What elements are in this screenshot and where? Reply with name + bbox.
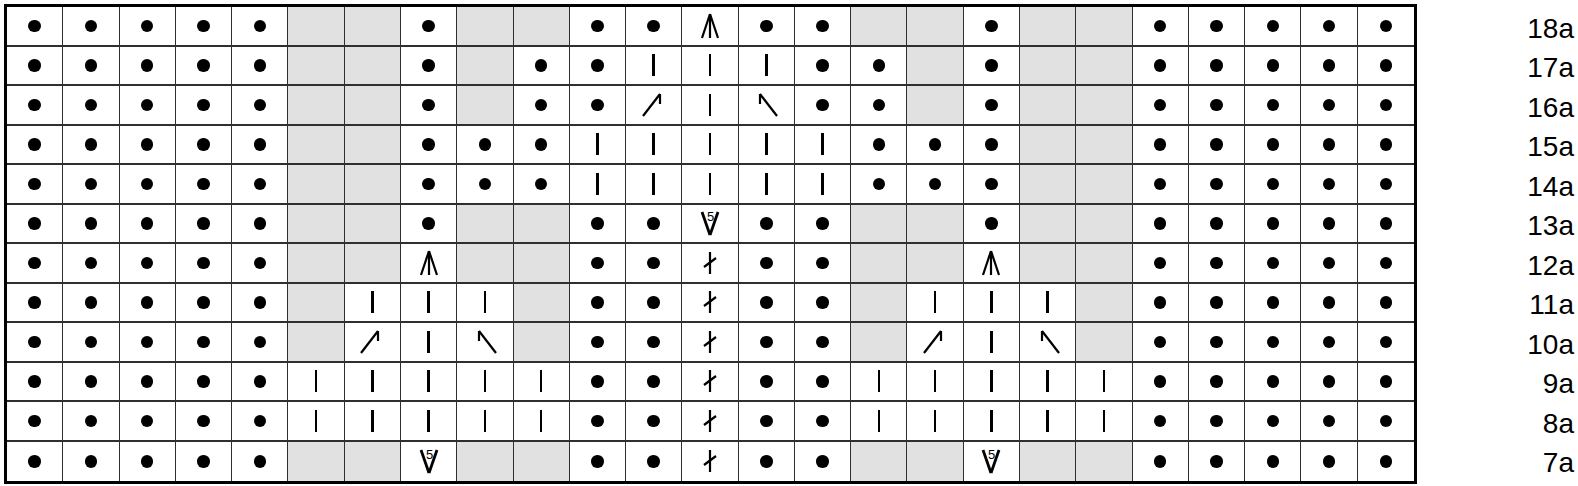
purl-icon bbox=[141, 257, 154, 270]
left-decrease-icon bbox=[468, 327, 502, 357]
purl-icon bbox=[141, 217, 154, 230]
chart-cell bbox=[120, 244, 176, 284]
no-stitch-cell bbox=[288, 86, 344, 126]
chart-cell bbox=[570, 205, 626, 245]
chart-cell bbox=[907, 402, 963, 442]
chart-cell bbox=[1133, 126, 1189, 166]
chart-cell bbox=[964, 165, 1020, 205]
chart-cell bbox=[345, 363, 401, 403]
knit-icon bbox=[821, 173, 824, 195]
knit-icon bbox=[765, 173, 768, 195]
chart-cell bbox=[63, 244, 119, 284]
no-stitch-cell bbox=[1076, 86, 1132, 126]
chart-cell bbox=[1301, 363, 1357, 403]
no-stitch-cell bbox=[288, 7, 344, 47]
no-stitch-cell bbox=[907, 7, 963, 47]
chart-cell bbox=[682, 402, 738, 442]
purl-icon bbox=[647, 217, 660, 230]
chart-cell bbox=[232, 323, 288, 363]
purl-icon bbox=[816, 20, 829, 33]
purl-icon bbox=[28, 99, 41, 112]
knit-icon bbox=[484, 370, 487, 392]
purl-icon bbox=[479, 138, 492, 151]
chart-cell bbox=[401, 205, 457, 245]
purl-icon bbox=[28, 138, 41, 151]
purl-icon bbox=[1210, 296, 1223, 309]
left-decrease-icon bbox=[1031, 327, 1065, 357]
chart-cell bbox=[626, 402, 682, 442]
purl-icon bbox=[1210, 178, 1223, 191]
no-stitch-cell bbox=[907, 47, 963, 87]
left-decrease-icon bbox=[749, 90, 783, 120]
chart-cell bbox=[7, 165, 63, 205]
chart-cell bbox=[570, 244, 626, 284]
chart-cell bbox=[964, 86, 1020, 126]
purl-icon bbox=[873, 99, 886, 112]
chart-cell bbox=[851, 47, 907, 87]
purl-icon bbox=[873, 178, 886, 191]
centered-double-decrease-icon bbox=[693, 11, 727, 41]
purl-icon bbox=[254, 296, 267, 309]
chart-cell bbox=[1301, 47, 1357, 87]
no-stitch-cell bbox=[514, 284, 570, 324]
chart-cell bbox=[401, 363, 457, 403]
chart-cell bbox=[1358, 244, 1414, 284]
purl-icon bbox=[1323, 415, 1336, 428]
purl-icon bbox=[1267, 375, 1280, 388]
chart-cell bbox=[795, 323, 851, 363]
purl-icon bbox=[254, 138, 267, 151]
chart-cell bbox=[1358, 165, 1414, 205]
chart-cell bbox=[514, 86, 570, 126]
chart-cell bbox=[570, 442, 626, 482]
knit-icon bbox=[821, 133, 824, 155]
row-label: 15a bbox=[1527, 133, 1574, 161]
purl-icon bbox=[816, 336, 829, 349]
purl-icon bbox=[1380, 375, 1393, 388]
chart-cell bbox=[964, 47, 1020, 87]
chart-cell bbox=[1133, 47, 1189, 87]
chart-cell bbox=[1133, 284, 1189, 324]
no-stitch-cell bbox=[907, 244, 963, 284]
purl-icon bbox=[1323, 217, 1336, 230]
chart-cell bbox=[514, 165, 570, 205]
purl-icon bbox=[591, 99, 604, 112]
chart-cell bbox=[288, 402, 344, 442]
purl-icon bbox=[985, 20, 998, 33]
knit-icon bbox=[652, 133, 655, 155]
chart-cell bbox=[232, 126, 288, 166]
purl-icon bbox=[591, 336, 604, 349]
purl-icon bbox=[1380, 178, 1393, 191]
no-stitch-cell bbox=[457, 7, 513, 47]
knit-icon bbox=[990, 370, 993, 392]
purl-icon bbox=[591, 20, 604, 33]
purl-icon bbox=[28, 59, 41, 72]
purl-icon bbox=[85, 455, 98, 468]
chart-cell bbox=[1133, 205, 1189, 245]
chart-cell bbox=[345, 284, 401, 324]
no-stitch-cell bbox=[1020, 205, 1076, 245]
no-stitch-cell bbox=[345, 86, 401, 126]
chart-cell bbox=[63, 402, 119, 442]
purl-icon bbox=[254, 415, 267, 428]
purl-icon bbox=[197, 20, 210, 33]
chart-cell bbox=[626, 126, 682, 166]
chart-cell bbox=[176, 126, 232, 166]
purl-icon bbox=[28, 178, 41, 191]
chart-cell bbox=[907, 363, 963, 403]
chart-cell bbox=[739, 323, 795, 363]
knit-icon bbox=[484, 291, 487, 313]
chart-cell bbox=[1189, 86, 1245, 126]
chart-cell bbox=[457, 363, 513, 403]
no-stitch-cell bbox=[345, 7, 401, 47]
chart-cell bbox=[1301, 323, 1357, 363]
row-label: 16a bbox=[1527, 94, 1574, 122]
purl-icon bbox=[1267, 59, 1280, 72]
chart-cell bbox=[401, 165, 457, 205]
no-stitch-cell bbox=[514, 205, 570, 245]
purl-icon bbox=[1323, 178, 1336, 191]
chart-cell bbox=[1358, 205, 1414, 245]
chart-cell bbox=[570, 363, 626, 403]
purl-icon bbox=[197, 138, 210, 151]
purl-icon bbox=[1323, 296, 1336, 309]
chart-cell bbox=[176, 402, 232, 442]
chart-cell bbox=[570, 284, 626, 324]
purl-icon bbox=[647, 257, 660, 270]
purl-icon bbox=[85, 217, 98, 230]
chart-cell bbox=[1301, 284, 1357, 324]
right-decrease-icon bbox=[355, 327, 389, 357]
purl-icon bbox=[28, 336, 41, 349]
chart-cell bbox=[120, 86, 176, 126]
chart-cell bbox=[1189, 442, 1245, 482]
purl-icon bbox=[760, 257, 773, 270]
purl-icon bbox=[141, 138, 154, 151]
make5-icon: 5 bbox=[974, 446, 1008, 476]
chart-cell bbox=[1358, 402, 1414, 442]
row-label: 9a bbox=[1543, 370, 1574, 398]
no-stitch-cell bbox=[345, 442, 401, 482]
no-stitch-cell bbox=[457, 442, 513, 482]
chart-cell bbox=[401, 7, 457, 47]
chart-cell bbox=[1133, 442, 1189, 482]
right-decrease-icon bbox=[637, 90, 671, 120]
twisted-stitch-icon bbox=[693, 327, 727, 357]
chart-cell bbox=[1358, 363, 1414, 403]
chart-cell bbox=[626, 363, 682, 403]
purl-icon bbox=[1380, 415, 1393, 428]
chart-cell bbox=[120, 442, 176, 482]
no-stitch-cell bbox=[907, 442, 963, 482]
chart-cell bbox=[1133, 86, 1189, 126]
chart-cell bbox=[739, 86, 795, 126]
chart-cell bbox=[851, 86, 907, 126]
svg-text:5: 5 bbox=[707, 209, 714, 224]
no-stitch-cell bbox=[457, 244, 513, 284]
no-stitch-cell bbox=[288, 442, 344, 482]
chart-cell bbox=[232, 442, 288, 482]
knit-icon bbox=[652, 54, 655, 76]
purl-icon bbox=[141, 99, 154, 112]
chart-cell bbox=[1301, 126, 1357, 166]
purl-icon bbox=[254, 455, 267, 468]
purl-icon bbox=[254, 20, 267, 33]
chart-cell bbox=[795, 363, 851, 403]
purl-icon bbox=[985, 178, 998, 191]
purl-icon bbox=[197, 59, 210, 72]
purl-icon bbox=[1154, 20, 1167, 33]
purl-icon bbox=[197, 455, 210, 468]
purl-icon bbox=[535, 178, 548, 191]
purl-icon bbox=[985, 217, 998, 230]
purl-icon bbox=[422, 20, 435, 33]
purl-icon bbox=[1267, 138, 1280, 151]
chart-cell bbox=[1076, 363, 1132, 403]
purl-icon bbox=[1210, 257, 1223, 270]
chart-cell bbox=[63, 363, 119, 403]
no-stitch-cell bbox=[288, 47, 344, 87]
chart-cell bbox=[682, 165, 738, 205]
make5-icon: 5 bbox=[412, 446, 446, 476]
purl-icon bbox=[647, 455, 660, 468]
knit-icon bbox=[990, 331, 993, 353]
chart-cell bbox=[570, 323, 626, 363]
no-stitch-cell bbox=[457, 86, 513, 126]
chart-cell bbox=[682, 47, 738, 87]
chart-cell bbox=[570, 47, 626, 87]
chart-cell bbox=[1245, 402, 1301, 442]
twisted-stitch-icon bbox=[693, 366, 727, 396]
purl-icon bbox=[1380, 138, 1393, 151]
purl-icon bbox=[422, 99, 435, 112]
chart-cell bbox=[795, 86, 851, 126]
purl-icon bbox=[197, 296, 210, 309]
chart-cell bbox=[1133, 7, 1189, 47]
purl-icon bbox=[816, 59, 829, 72]
chart-cell bbox=[795, 7, 851, 47]
chart-cell bbox=[1301, 442, 1357, 482]
purl-icon bbox=[197, 178, 210, 191]
purl-icon bbox=[141, 296, 154, 309]
knit-icon bbox=[709, 94, 712, 116]
chart-cell bbox=[964, 205, 1020, 245]
no-stitch-cell bbox=[345, 205, 401, 245]
chart-cell bbox=[1133, 165, 1189, 205]
chart-cell bbox=[232, 244, 288, 284]
chart-cell bbox=[120, 402, 176, 442]
chart-cell bbox=[907, 126, 963, 166]
knit-icon bbox=[878, 370, 881, 392]
purl-icon bbox=[1154, 178, 1167, 191]
purl-icon bbox=[1267, 217, 1280, 230]
chart-cell bbox=[176, 7, 232, 47]
chart-cell bbox=[1245, 47, 1301, 87]
purl-icon bbox=[197, 257, 210, 270]
no-stitch-cell bbox=[907, 205, 963, 245]
chart-cell bbox=[570, 165, 626, 205]
chart-cell bbox=[570, 86, 626, 126]
no-stitch-cell bbox=[851, 442, 907, 482]
chart-cell bbox=[120, 205, 176, 245]
purl-icon bbox=[1323, 99, 1336, 112]
chart-cell bbox=[120, 165, 176, 205]
row-label: 11a bbox=[1529, 291, 1574, 319]
chart-cell bbox=[682, 442, 738, 482]
purl-icon bbox=[816, 375, 829, 388]
chart-cell: 5 bbox=[401, 442, 457, 482]
chart-cell bbox=[964, 363, 1020, 403]
purl-icon bbox=[254, 375, 267, 388]
chart-cell bbox=[1189, 323, 1245, 363]
purl-icon bbox=[1323, 20, 1336, 33]
chart-cell bbox=[964, 284, 1020, 324]
knit-icon bbox=[709, 54, 712, 76]
chart-cell bbox=[1301, 7, 1357, 47]
no-stitch-cell bbox=[851, 244, 907, 284]
chart-cell bbox=[795, 402, 851, 442]
chart-cell bbox=[514, 47, 570, 87]
knit-icon bbox=[371, 291, 374, 313]
purl-icon bbox=[816, 415, 829, 428]
purl-icon bbox=[141, 20, 154, 33]
knit-icon bbox=[540, 370, 543, 392]
no-stitch-cell bbox=[851, 7, 907, 47]
purl-icon bbox=[28, 257, 41, 270]
purl-icon bbox=[422, 138, 435, 151]
chart-cell bbox=[626, 165, 682, 205]
chart-cell bbox=[1133, 363, 1189, 403]
row-label: 17a bbox=[1527, 54, 1574, 82]
knit-icon bbox=[1046, 410, 1049, 432]
purl-icon bbox=[1380, 455, 1393, 468]
purl-icon bbox=[422, 217, 435, 230]
chart-cell bbox=[626, 442, 682, 482]
purl-icon bbox=[760, 455, 773, 468]
no-stitch-cell bbox=[1020, 47, 1076, 87]
chart-cell bbox=[120, 126, 176, 166]
purl-icon bbox=[1154, 296, 1167, 309]
chart-cell bbox=[63, 47, 119, 87]
chart-cell bbox=[7, 7, 63, 47]
chart-cell bbox=[1189, 363, 1245, 403]
chart-cell bbox=[739, 7, 795, 47]
purl-icon bbox=[141, 336, 154, 349]
chart-cell bbox=[1076, 402, 1132, 442]
purl-icon bbox=[254, 59, 267, 72]
chart-cell bbox=[739, 47, 795, 87]
purl-icon bbox=[1323, 336, 1336, 349]
chart-cell bbox=[739, 363, 795, 403]
chart-cell bbox=[176, 165, 232, 205]
chart-cell bbox=[63, 86, 119, 126]
chart-cell bbox=[176, 363, 232, 403]
purl-icon bbox=[254, 336, 267, 349]
purl-icon bbox=[28, 455, 41, 468]
chart-cell bbox=[1358, 126, 1414, 166]
chart-cell: 5 bbox=[682, 205, 738, 245]
purl-icon bbox=[535, 59, 548, 72]
chart-cell bbox=[232, 165, 288, 205]
knitting-chart-page: 555 18a17a16a15a14a13a12a11a10a9a8a7a bbox=[0, 0, 1578, 486]
chart-cell bbox=[7, 86, 63, 126]
purl-icon bbox=[1210, 217, 1223, 230]
chart-cell bbox=[682, 323, 738, 363]
chart-cell bbox=[739, 205, 795, 245]
purl-icon bbox=[28, 296, 41, 309]
no-stitch-cell bbox=[345, 244, 401, 284]
chart-cell bbox=[795, 47, 851, 87]
twisted-stitch-icon bbox=[693, 446, 727, 476]
purl-icon bbox=[591, 296, 604, 309]
knit-icon bbox=[765, 54, 768, 76]
purl-icon bbox=[535, 138, 548, 151]
chart-cell bbox=[1358, 86, 1414, 126]
knit-icon bbox=[484, 410, 487, 432]
row-label: 8a bbox=[1543, 410, 1574, 438]
purl-icon bbox=[28, 415, 41, 428]
purl-icon bbox=[85, 415, 98, 428]
purl-icon bbox=[1267, 296, 1280, 309]
purl-icon bbox=[85, 99, 98, 112]
purl-icon bbox=[141, 59, 154, 72]
chart-cell bbox=[63, 442, 119, 482]
knit-icon bbox=[371, 410, 374, 432]
purl-icon bbox=[254, 99, 267, 112]
knit-icon bbox=[990, 410, 993, 432]
no-stitch-cell bbox=[1076, 244, 1132, 284]
chart-cell bbox=[1133, 402, 1189, 442]
purl-icon bbox=[1323, 59, 1336, 72]
knit-icon bbox=[1103, 410, 1106, 432]
purl-icon bbox=[1154, 415, 1167, 428]
no-stitch-cell bbox=[1076, 284, 1132, 324]
knit-icon bbox=[1103, 370, 1106, 392]
purl-icon bbox=[591, 455, 604, 468]
no-stitch-cell bbox=[1076, 47, 1132, 87]
knit-icon bbox=[427, 410, 430, 432]
chart-cell bbox=[795, 442, 851, 482]
chart-cell bbox=[514, 363, 570, 403]
chart-cell bbox=[401, 284, 457, 324]
purl-icon bbox=[760, 415, 773, 428]
purl-icon bbox=[1210, 138, 1223, 151]
purl-icon bbox=[591, 59, 604, 72]
no-stitch-cell bbox=[288, 126, 344, 166]
row-label: 18a bbox=[1527, 15, 1574, 43]
purl-icon bbox=[1323, 257, 1336, 270]
chart-cell bbox=[739, 442, 795, 482]
chart-cell bbox=[1301, 244, 1357, 284]
chart-cell bbox=[176, 284, 232, 324]
knit-icon bbox=[596, 173, 599, 195]
no-stitch-cell bbox=[514, 244, 570, 284]
purl-icon bbox=[591, 415, 604, 428]
no-stitch-cell bbox=[851, 205, 907, 245]
svg-text:5: 5 bbox=[425, 447, 432, 462]
row-labels: 18a17a16a15a14a13a12a11a10a9a8a7a bbox=[1464, 0, 1574, 486]
purl-icon bbox=[28, 217, 41, 230]
purl-icon bbox=[1267, 178, 1280, 191]
chart-cell bbox=[232, 284, 288, 324]
centered-double-decrease-icon bbox=[412, 248, 446, 278]
purl-icon bbox=[1380, 257, 1393, 270]
purl-icon bbox=[1323, 455, 1336, 468]
purl-icon bbox=[647, 296, 660, 309]
purl-icon bbox=[647, 415, 660, 428]
